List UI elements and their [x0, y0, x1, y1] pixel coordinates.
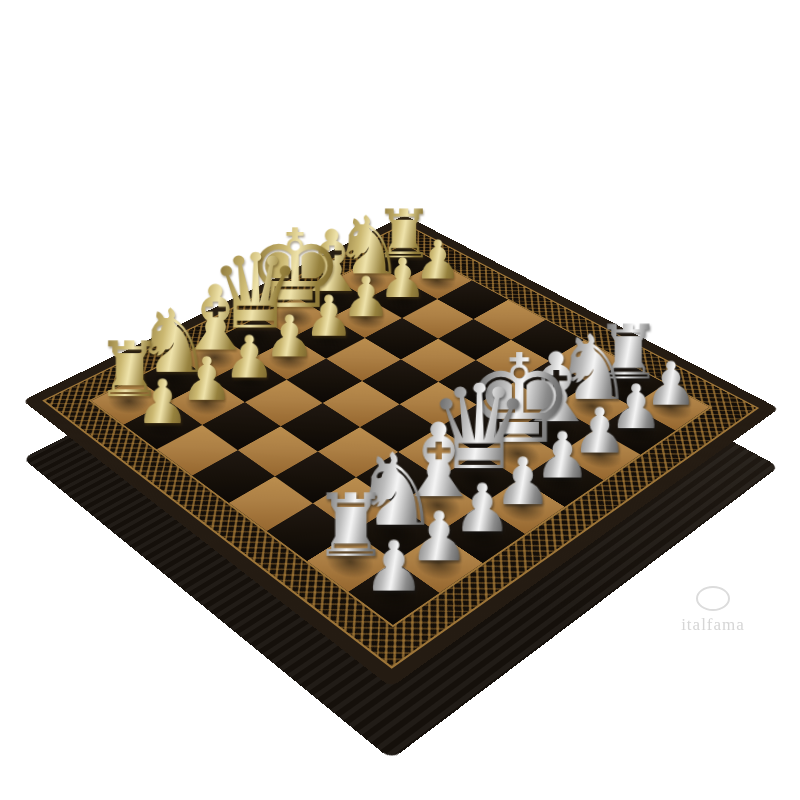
- board-3d-scene: ♜♟♜♟♞♟♞♟♝♟♝♟♚♟♚♟♛♟♛♟♝♟♝♟♞♟♞♟♜♟♜♟: [0, 0, 800, 800]
- brand-name: italfama: [663, 615, 763, 635]
- brand-watermark: italfama: [663, 586, 763, 635]
- silver-pawn: ♟: [363, 531, 426, 601]
- decorative-border-band: ♜♟♜♟♞♟♞♟♝♟♝♟♚♟♚♟♛♟♛♟♝♟♝♟♞♟♞♟♜♟♜♟: [42, 223, 759, 668]
- chess-set-product-photo: ♜♟♜♟♞♟♞♟♝♟♝♟♚♟♚♟♛♟♛♟♝♟♝♟♞♟♞♟♜♟♜♟ italfam…: [0, 0, 800, 800]
- gold-pawn: ♟: [135, 371, 190, 432]
- brand-logo-icon: [696, 586, 730, 611]
